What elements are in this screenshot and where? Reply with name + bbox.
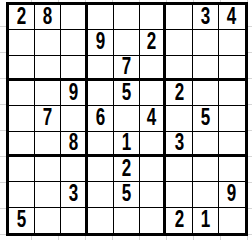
cell-r9c2[interactable] [35,208,61,233]
cell-r6c3[interactable]: 8 [61,132,87,157]
cell-r5c7[interactable] [166,106,192,131]
cell-r5c1[interactable] [9,106,35,131]
cell-r6c5[interactable]: 1 [114,132,140,157]
given-digit: 3 [200,5,209,29]
given-digit: 1 [122,132,131,155]
cell-r9c5[interactable] [114,208,140,233]
cell-r2c3[interactable] [61,30,87,55]
cell-r4c3[interactable]: 9 [61,81,87,106]
cell-r9c8[interactable]: 1 [193,208,219,233]
given-digit: 3 [68,182,77,206]
cell-r5c3[interactable] [61,106,87,131]
cell-r5c4[interactable]: 6 [88,106,114,131]
cell-r8c9[interactable]: 9 [219,182,245,207]
given-digit: 5 [122,81,131,105]
cell-r8c3[interactable]: 3 [61,182,87,207]
cell-r7c5[interactable]: 2 [114,157,140,182]
cell-r7c8[interactable] [193,157,219,182]
cell-r1c7[interactable] [166,5,192,30]
cell-r1c5[interactable] [114,5,140,30]
cell-r2c1[interactable] [9,30,35,55]
cell-r6c2[interactable] [35,132,61,157]
cell-r6c4[interactable] [88,132,114,157]
cell-r1c8[interactable]: 3 [193,5,219,30]
cell-r6c9[interactable] [219,132,245,157]
given-digit: 2 [122,157,131,181]
cell-r9c9[interactable] [219,208,245,233]
cell-r3c8[interactable] [193,56,219,81]
given-digit: 2 [174,208,183,232]
cell-r3c2[interactable] [35,56,61,81]
cell-r8c5[interactable]: 5 [114,182,140,207]
given-digit: 8 [43,5,52,29]
given-digit: 2 [147,30,156,54]
given-digit: 4 [227,5,236,29]
cell-r4c1[interactable] [9,81,35,106]
cell-r7c4[interactable] [88,157,114,182]
given-digit: 7 [122,56,131,79]
cell-r1c1[interactable]: 2 [9,5,35,30]
cell-r7c9[interactable] [219,157,245,182]
cell-r3c4[interactable] [88,56,114,81]
cell-r2c6[interactable]: 2 [140,30,166,55]
given-digit: 9 [227,182,236,206]
cell-r8c1[interactable] [9,182,35,207]
cell-r5c9[interactable] [219,106,245,131]
cell-r8c4[interactable] [88,182,114,207]
cell-r1c3[interactable] [61,5,87,30]
cell-r2c7[interactable] [166,30,192,55]
cell-r8c8[interactable] [193,182,219,207]
cell-r6c8[interactable] [193,132,219,157]
cell-r3c9[interactable] [219,56,245,81]
cell-r9c1[interactable]: 5 [9,208,35,233]
cell-r9c7[interactable]: 2 [166,208,192,233]
cell-r2c2[interactable] [35,30,61,55]
cell-r6c6[interactable] [140,132,166,157]
cell-r8c6[interactable] [140,182,166,207]
cell-r2c8[interactable] [193,30,219,55]
cell-r7c3[interactable] [61,157,87,182]
cell-r4c5[interactable]: 5 [114,81,140,106]
cell-r4c6[interactable] [140,81,166,106]
cell-r3c1[interactable] [9,56,35,81]
cell-r6c1[interactable] [9,132,35,157]
cell-r4c2[interactable] [35,81,61,106]
cell-r9c6[interactable] [140,208,166,233]
cell-r2c9[interactable] [219,30,245,55]
cell-r3c7[interactable] [166,56,192,81]
cell-r1c4[interactable] [88,5,114,30]
cell-r2c4[interactable]: 9 [88,30,114,55]
cell-r4c9[interactable] [219,81,245,106]
cell-r1c2[interactable]: 8 [35,5,61,30]
cell-r7c6[interactable] [140,157,166,182]
given-digit: 4 [147,106,156,130]
given-digit: 5 [17,208,26,232]
given-digit: 6 [96,106,105,130]
given-digit: 1 [200,208,209,232]
cell-r3c3[interactable] [61,56,87,81]
cell-r7c1[interactable] [9,157,35,182]
cell-r9c3[interactable] [61,208,87,233]
given-digit: 9 [96,30,105,54]
cell-r5c6[interactable]: 4 [140,106,166,131]
given-digit: 3 [174,132,183,155]
cell-r8c7[interactable] [166,182,192,207]
cell-r4c7[interactable]: 2 [166,81,192,106]
given-digit: 2 [17,5,26,29]
given-digit: 8 [68,132,77,155]
sudoku-screenshot: 283492795276458132359521 [0,0,252,240]
cell-r1c6[interactable] [140,5,166,30]
cell-r6c7[interactable]: 3 [166,132,192,157]
cell-r2c5[interactable] [114,30,140,55]
given-digit: 7 [43,106,52,130]
given-digit: 5 [200,106,209,130]
given-digit: 9 [68,81,77,105]
cell-r5c2[interactable]: 7 [35,106,61,131]
sudoku-board: 283492795276458132359521 [6,2,248,236]
cell-r3c6[interactable] [140,56,166,81]
cell-r7c2[interactable] [35,157,61,182]
cell-r8c2[interactable] [35,182,61,207]
cell-r3c5[interactable]: 7 [114,56,140,81]
cell-r5c8[interactable]: 5 [193,106,219,131]
given-digit: 5 [122,182,131,206]
cell-r5c5[interactable] [114,106,140,131]
cell-r4c8[interactable] [193,81,219,106]
cell-r1c9[interactable]: 4 [219,5,245,30]
cell-r4c4[interactable] [88,81,114,106]
cell-r9c4[interactable] [88,208,114,233]
cell-r7c7[interactable] [166,157,192,182]
given-digit: 2 [174,81,183,105]
